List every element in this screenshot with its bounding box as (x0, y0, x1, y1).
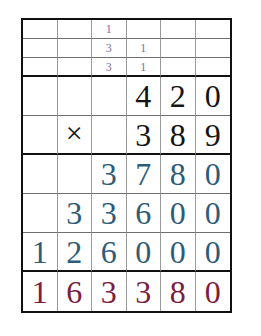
grid-cell-r1c5 (196, 39, 231, 58)
carry-digit-r1c2: 3 (92, 39, 127, 58)
partial1-digit: 0 (196, 155, 231, 194)
grid-cell-r1c0 (23, 39, 58, 58)
partial1-digit: 3 (92, 155, 127, 194)
result-digit: 3 (127, 272, 162, 311)
carry-digit-r2c2: 3 (92, 58, 127, 77)
multiplier-digit-tens: 8 (161, 116, 196, 155)
result-digit: 1 (23, 272, 58, 311)
grid-cell-r4c2 (92, 116, 127, 155)
partial3-digit: 6 (92, 233, 127, 272)
grid-cell-r2c4 (161, 58, 196, 77)
grid-cell-r3c2 (92, 77, 127, 116)
multiplicand-digit-ones: 0 (196, 77, 231, 116)
result-digit: 6 (58, 272, 93, 311)
grid-cell-r5c1 (58, 155, 93, 194)
grid-cell-r5c0 (23, 155, 58, 194)
partial3-digit: 0 (161, 233, 196, 272)
grid-cell-r0c0 (23, 20, 58, 39)
result-digit: 8 (161, 272, 196, 311)
worksheet-page: 1 3 1 3 1 4 2 0 × 3 8 9 3 7 (0, 0, 261, 336)
grid-cell-r2c5 (196, 58, 231, 77)
grid-cell-r0c3 (127, 20, 162, 39)
partial2-digit: 3 (58, 194, 93, 233)
grid-cell-r2c1 (58, 58, 93, 77)
carry-digit-r1c3: 1 (127, 39, 162, 58)
grid-cell-r6c0 (23, 194, 58, 233)
partial3-digit: 0 (127, 233, 162, 272)
partial2-digit: 0 (161, 194, 196, 233)
multiplicand-digit-hundreds: 4 (127, 77, 162, 116)
partial3-digit: 1 (23, 233, 58, 272)
grid-cell-r1c1 (58, 39, 93, 58)
carry-digit-r0c2: 1 (92, 20, 127, 39)
partial1-digit: 8 (161, 155, 196, 194)
grid-cell-r0c5 (196, 20, 231, 39)
partial3-digit: 2 (58, 233, 93, 272)
partial2-digit: 0 (196, 194, 231, 233)
grid-cell-r1c4 (161, 39, 196, 58)
grid-cell-r2c0 (23, 58, 58, 77)
grid-cell-r0c1 (58, 20, 93, 39)
result-digit: 0 (196, 272, 231, 311)
grid-cell-r3c1 (58, 77, 93, 116)
multiplier-digit-ones: 9 (196, 116, 231, 155)
partial3-digit: 0 (196, 233, 231, 272)
grid-cell-r0c4 (161, 20, 196, 39)
result-digit: 3 (92, 272, 127, 311)
long-multiplication-grid: 1 3 1 3 1 4 2 0 × 3 8 9 3 7 (21, 18, 232, 313)
carry-digit-r2c3: 1 (127, 58, 162, 77)
times-sign: × (58, 116, 93, 155)
partial2-digit: 3 (92, 194, 127, 233)
grid-cell-r3c0 (23, 77, 58, 116)
partial2-digit: 6 (127, 194, 162, 233)
multiplier-digit-hundreds: 3 (127, 116, 162, 155)
grid-cell-r4c0 (23, 116, 58, 155)
partial1-digit: 7 (127, 155, 162, 194)
multiplicand-digit-tens: 2 (161, 77, 196, 116)
